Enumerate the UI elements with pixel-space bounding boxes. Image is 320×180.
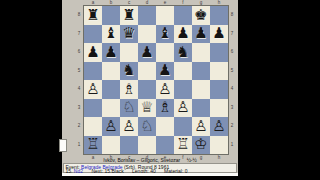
piece-black-pawn-a6: ♟ [86,45,99,60]
piece-black-bishop-e7: ♝ [158,26,171,41]
square-d3[interactable]: ♕ [138,99,156,118]
square-f3[interactable]: ♙ [174,99,192,118]
square-b4[interactable] [102,80,120,99]
square-a6[interactable]: ♟ [84,43,102,62]
piece-black-pawn-g7: ♟ [194,26,207,41]
coord-label: 6 [76,43,82,62]
piece-black-pawn-d6: ♟ [140,45,153,60]
piece-white-pawn-e4: ♙ [158,82,171,97]
coord-label: 4 [229,80,235,99]
coord-label: 2 [76,117,82,136]
square-a4[interactable]: ♙ [84,80,102,99]
chess-board: ♜♜♚♝♛♝♟♟♟♟♟♟♞♞♟♙♗♙♘♕♗♙♙♙♘♙♙♖♖♔ [84,6,228,154]
square-d8[interactable] [138,6,156,25]
square-a5[interactable] [84,62,102,81]
piece-white-bishop-c4: ♗ [122,82,135,97]
square-h2[interactable]: ♙ [210,117,228,136]
square-h5[interactable] [210,62,228,81]
piece-white-pawn-h2: ♙ [212,119,225,134]
coord-label: 5 [229,62,235,81]
square-g3[interactable] [192,99,210,118]
piece-white-knight-c3: ♘ [122,100,135,115]
square-f4[interactable] [174,80,192,99]
coord-label: 4 [76,80,82,99]
square-d7[interactable] [138,25,156,44]
video-frame-panel: abcdefgh abcdefgh 87654321 87654321 ♜♜♚♝… [62,0,238,174]
square-g4[interactable] [192,80,210,99]
coord-label: 7 [229,25,235,44]
piece-black-king-g8: ♚ [194,8,207,23]
square-c8[interactable]: ♜ [120,6,138,25]
square-a2[interactable] [84,117,102,136]
piece-white-knight-d2: ♘ [140,119,153,134]
square-h3[interactable] [210,99,228,118]
piece-black-queen-c7: ♛ [122,26,135,41]
square-d5[interactable] [138,62,156,81]
square-c3[interactable]: ♘ [120,99,138,118]
square-c7[interactable]: ♛ [120,25,138,44]
piece-white-pawn-a4: ♙ [86,82,99,97]
piece-white-rook-f1: ♖ [176,137,189,152]
square-d2[interactable]: ♘ [138,117,156,136]
square-c4[interactable]: ♗ [120,80,138,99]
square-e2[interactable] [156,117,174,136]
square-c5[interactable]: ♞ [120,62,138,81]
square-f1[interactable]: ♖ [174,136,192,155]
square-e4[interactable]: ♙ [156,80,174,99]
square-b8[interactable] [102,6,120,25]
square-e8[interactable] [156,6,174,25]
piece-white-bishop-e3: ♗ [158,100,171,115]
piece-black-bishop-b7: ♝ [104,26,117,41]
square-e5[interactable]: ♟ [156,62,174,81]
square-e7[interactable]: ♝ [156,25,174,44]
piece-black-knight-f6: ♞ [176,45,189,60]
piece-black-pawn-f7: ♟ [176,26,189,41]
square-g8[interactable]: ♚ [192,6,210,25]
coord-label: 7 [76,25,82,44]
square-b7[interactable]: ♝ [102,25,120,44]
square-b5[interactable] [102,62,120,81]
square-h6[interactable] [210,43,228,62]
piece-black-knight-c5: ♞ [122,63,135,78]
square-g2[interactable]: ♙ [192,117,210,136]
square-f6[interactable]: ♞ [174,43,192,62]
piece-white-queen-d3: ♕ [140,100,153,115]
piece-white-pawn-f3: ♙ [176,100,189,115]
rank-labels-left: 87654321 [76,6,82,154]
piece-white-pawn-b2: ♙ [104,119,117,134]
square-c1[interactable] [120,136,138,155]
square-g7[interactable]: ♟ [192,25,210,44]
square-b2[interactable]: ♙ [102,117,120,136]
square-b3[interactable] [102,99,120,118]
coord-label: 2 [229,117,235,136]
square-b1[interactable] [102,136,120,155]
coord-label: 3 [76,99,82,118]
square-a1[interactable]: ♖ [84,136,102,155]
game-info-box: Event: Belgrade Belgrade (Srb), Round 8 … [63,163,238,173]
square-d1[interactable] [138,136,156,155]
square-f2[interactable] [174,117,192,136]
piece-white-king-g1: ♔ [194,137,207,152]
square-d4[interactable] [138,80,156,99]
square-g1[interactable]: ♔ [192,136,210,155]
coord-label: 8 [76,6,82,25]
coord-label: 8 [229,6,235,25]
coord-label: 6 [229,43,235,62]
square-d6[interactable]: ♟ [138,43,156,62]
piece-black-rook-a8: ♜ [86,8,99,23]
square-e6[interactable] [156,43,174,62]
coord-label: 1 [76,136,82,155]
square-b6[interactable]: ♟ [102,43,120,62]
square-g6[interactable] [192,43,210,62]
square-h7[interactable]: ♟ [210,25,228,44]
piece-black-pawn-b6: ♟ [104,45,117,60]
piece-black-pawn-h7: ♟ [212,26,225,41]
square-a8[interactable]: ♜ [84,6,102,25]
square-h4[interactable] [210,80,228,99]
rank-labels-right: 87654321 [229,6,235,154]
square-c6[interactable] [120,43,138,62]
piece-black-rook-c8: ♜ [122,8,135,23]
square-e3[interactable]: ♗ [156,99,174,118]
square-h1[interactable] [210,136,228,155]
bottom-strip [62,173,238,176]
square-e1[interactable] [156,136,174,155]
coord-label: 1 [229,136,235,155]
piece-white-rook-a1: ♖ [86,137,99,152]
square-a7[interactable] [84,25,102,44]
coord-label: 5 [76,62,82,81]
square-c2[interactable]: ♙ [120,117,138,136]
piece-black-pawn-e5: ♟ [158,63,171,78]
edge-chip [59,139,67,152]
coord-label: 3 [229,99,235,118]
square-a3[interactable] [84,99,102,118]
square-f8[interactable] [174,6,192,25]
piece-white-pawn-c2: ♙ [122,119,135,134]
square-f7[interactable]: ♟ [174,25,192,44]
square-g5[interactable] [192,62,210,81]
square-f5[interactable] [174,62,192,81]
square-h8[interactable] [210,6,228,25]
piece-white-pawn-g2: ♙ [194,119,207,134]
